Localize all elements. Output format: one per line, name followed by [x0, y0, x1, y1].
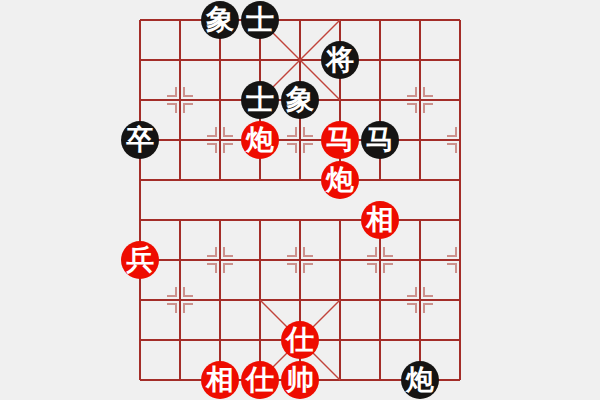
piece-black-elephant[interactable]: 象	[201, 1, 239, 39]
piece-black-advisor[interactable]: 士	[241, 1, 279, 39]
xiangqi-board: 象士将士象卒炮马马炮相兵仕相仕帅炮	[0, 0, 600, 400]
piece-black-elephant[interactable]: 象	[281, 81, 319, 119]
piece-red-pawn[interactable]: 兵	[121, 241, 159, 279]
piece-black-horse[interactable]: 马	[361, 121, 399, 159]
piece-red-advisor[interactable]: 仕	[241, 361, 279, 399]
piece-red-elephant[interactable]: 相	[361, 201, 399, 239]
piece-black-advisor[interactable]: 士	[241, 81, 279, 119]
piece-red-king[interactable]: 帅	[281, 361, 319, 399]
piece-black-cannon[interactable]: 炮	[401, 361, 439, 399]
piece-red-elephant[interactable]: 相	[201, 361, 239, 399]
piece-black-pawn[interactable]: 卒	[121, 121, 159, 159]
piece-red-horse[interactable]: 马	[321, 121, 359, 159]
piece-red-cannon[interactable]: 炮	[241, 121, 279, 159]
piece-red-cannon[interactable]: 炮	[321, 161, 359, 199]
piece-red-advisor[interactable]: 仕	[281, 321, 319, 359]
piece-black-king[interactable]: 将	[321, 41, 359, 79]
pieces-layer: 象士将士象卒炮马马炮相兵仕相仕帅炮	[0, 0, 600, 400]
